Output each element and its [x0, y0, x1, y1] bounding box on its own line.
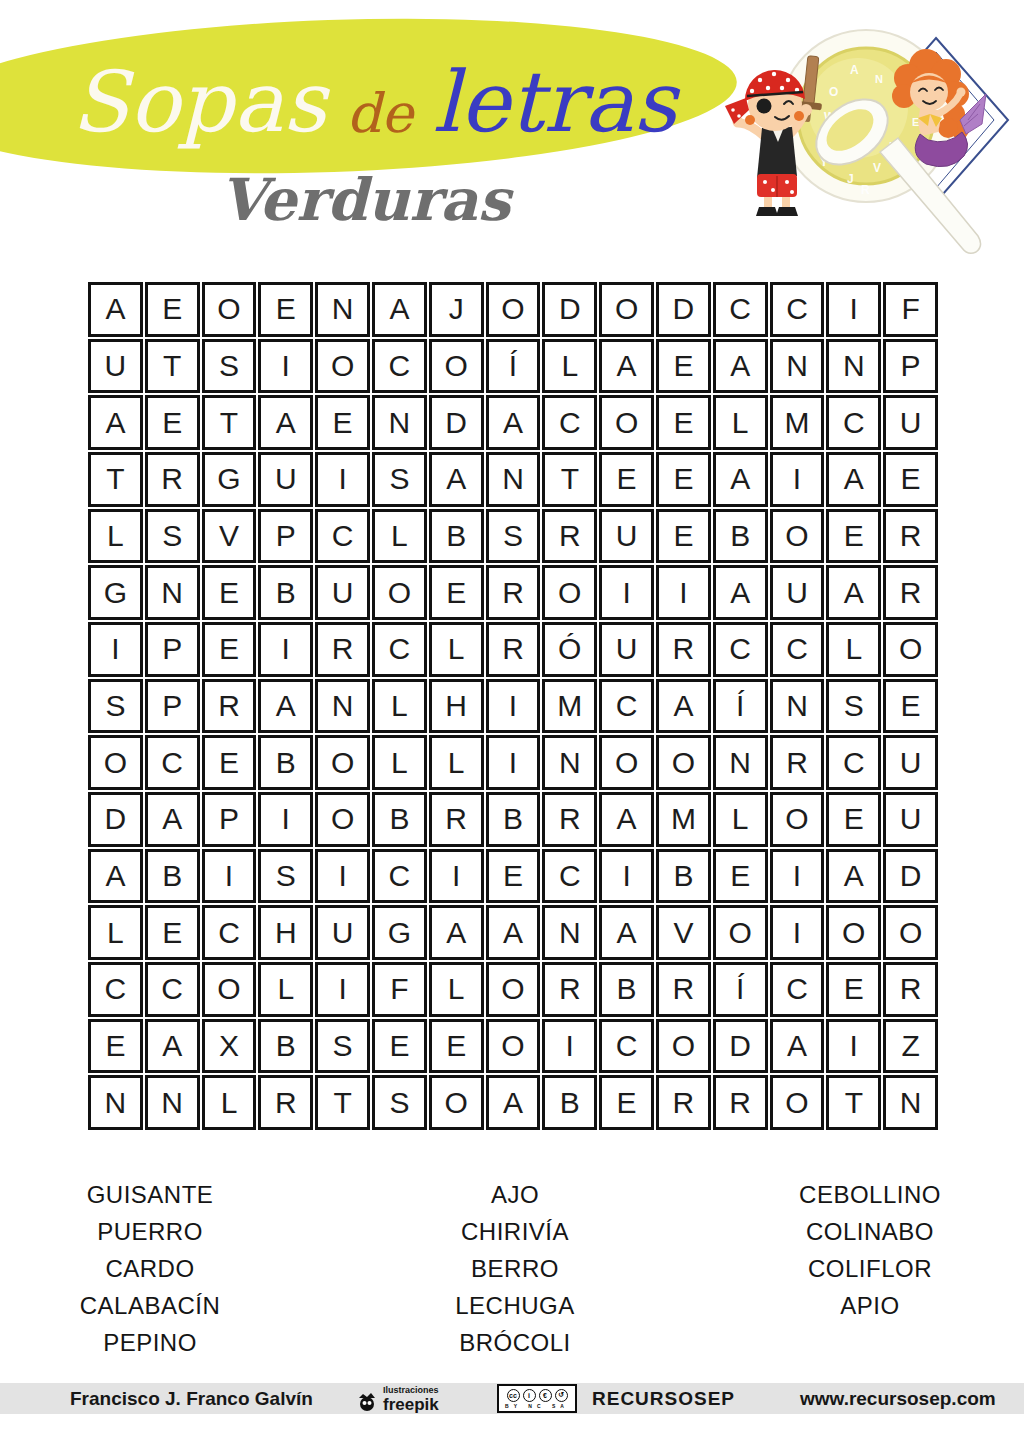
grid-cell: E	[826, 509, 881, 564]
grid-cell: T	[202, 395, 257, 450]
grid-cell: C	[542, 849, 597, 904]
grid-cell: Z	[883, 1019, 938, 1074]
grid-cell: P	[202, 792, 257, 847]
sa-icon: ↺	[555, 1389, 568, 1402]
grid-cell: I	[599, 565, 654, 620]
grid-cell: I	[599, 849, 654, 904]
freepik-icon	[356, 1388, 378, 1412]
grid-cell: A	[599, 339, 654, 394]
grid-cell: E	[486, 849, 541, 904]
soup-letter: V	[873, 161, 881, 175]
grid-cell: E	[656, 339, 711, 394]
word-list-col3: CEBOLLINOCOLINABOCOLIFLORAPIO	[730, 1176, 1010, 1361]
grid-cell: C	[88, 962, 143, 1017]
grid-cell: N	[88, 1075, 143, 1130]
grid-cell: L	[542, 339, 597, 394]
grid-cell: Í	[713, 962, 768, 1017]
grid-cell: R	[429, 792, 484, 847]
grid-cell: A	[429, 905, 484, 960]
by-icon: i	[523, 1389, 536, 1402]
grid-cell: O	[315, 735, 370, 790]
grid-cell: A	[258, 395, 313, 450]
word-list: GUISANTEPUERROCARDOCALABACÍNPEPINO AJOCH…	[0, 1176, 1024, 1361]
grid-cell: O	[656, 735, 711, 790]
grid-cell: A	[770, 1019, 825, 1074]
grid-cell: D	[713, 1019, 768, 1074]
grid-cell: L	[88, 905, 143, 960]
soup-letter: N	[875, 73, 883, 85]
grid-cell: U	[883, 735, 938, 790]
grid-cell: L	[713, 395, 768, 450]
grid-cell: R	[883, 962, 938, 1017]
grid-cell: I	[315, 962, 370, 1017]
grid-cell: T	[826, 1075, 881, 1130]
grid-cell: E	[202, 565, 257, 620]
grid-cell: C	[713, 622, 768, 677]
page-title: Sopas de letras	[24, 36, 724, 168]
grid-cell: P	[258, 509, 313, 564]
grid-cell: T	[542, 452, 597, 507]
grid-cell: Í	[486, 339, 541, 394]
grid-cell: L	[372, 735, 427, 790]
grid-cell: A	[88, 849, 143, 904]
grid-cell: C	[372, 622, 427, 677]
grid-cell: C	[372, 339, 427, 394]
grid-cell: C	[542, 395, 597, 450]
soup-letter: A	[850, 63, 859, 77]
grid-cell: S	[372, 452, 427, 507]
grid-cell: C	[145, 962, 200, 1017]
word-list-col2: AJOCHIRIVÍABERROLECHUGABRÓCOLI	[300, 1176, 730, 1361]
grid-cell: O	[599, 735, 654, 790]
grid-cell: C	[202, 905, 257, 960]
grid-cell: O	[486, 962, 541, 1017]
recursosep-brand: RECURSOSEP	[592, 1383, 735, 1414]
grid-cell: N	[542, 735, 597, 790]
title-de: de	[346, 60, 413, 145]
grid-cell: D	[656, 282, 711, 337]
grid-cell: A	[826, 452, 881, 507]
freepik-credit: Ilustraciones freepik	[356, 1386, 439, 1413]
grid-cell: E	[145, 282, 200, 337]
grid-cell: R	[202, 679, 257, 734]
grid-cell: I	[315, 849, 370, 904]
grid-cell: H	[429, 679, 484, 734]
grid-cell: O	[656, 1019, 711, 1074]
grid-cell: I	[315, 452, 370, 507]
grid-cell: T	[88, 452, 143, 507]
grid-cell: L	[372, 509, 427, 564]
grid-cell: E	[826, 962, 881, 1017]
grid-cell: S	[202, 339, 257, 394]
grid-cell: O	[202, 282, 257, 337]
grid-cell: N	[145, 1075, 200, 1130]
grid-cell: N	[883, 1075, 938, 1130]
grid-cell: C	[315, 509, 370, 564]
grid-cell: L	[88, 509, 143, 564]
grid-cell: B	[258, 1019, 313, 1074]
grid-cell: V	[202, 509, 257, 564]
author-credit: Francisco J. Franco Galvín	[70, 1383, 313, 1414]
grid-cell: A	[826, 849, 881, 904]
word-item: CEBOLLINO	[730, 1176, 1010, 1213]
grid-cell: G	[372, 905, 427, 960]
grid-cell: N	[315, 282, 370, 337]
grid-cell: I	[258, 622, 313, 677]
grid-cell: M	[542, 679, 597, 734]
grid-cell: O	[372, 565, 427, 620]
grid-cell: O	[599, 395, 654, 450]
grid-cell: I	[656, 565, 711, 620]
word-item: BRÓCOLI	[300, 1324, 730, 1361]
grid-cell: C	[826, 395, 881, 450]
grid-cell: A	[656, 679, 711, 734]
grid-cell: U	[315, 565, 370, 620]
grid-cell: N	[486, 452, 541, 507]
soup-letter: R	[861, 183, 870, 197]
grid-cell: U	[599, 622, 654, 677]
grid-cell: I	[486, 735, 541, 790]
soup-letter: O	[829, 85, 838, 99]
grid-cell: C	[770, 622, 825, 677]
word-item: PUERRO	[0, 1213, 300, 1250]
grid-cell: E	[656, 452, 711, 507]
grid-cell: O	[429, 1075, 484, 1130]
word-item: LECHUGA	[300, 1287, 730, 1324]
grid-cell: E	[713, 849, 768, 904]
grid-cell: I	[826, 1019, 881, 1074]
grid-cell: B	[656, 849, 711, 904]
grid-cell: U	[599, 509, 654, 564]
grid-cell: O	[429, 339, 484, 394]
grid-cell: E	[315, 395, 370, 450]
grid-cell: E	[88, 1019, 143, 1074]
grid-cell: S	[372, 1075, 427, 1130]
word-item: BERRO	[300, 1250, 730, 1287]
grid-cell: I	[770, 452, 825, 507]
grid-cell: E	[145, 395, 200, 450]
grid-cell: E	[372, 1019, 427, 1074]
grid-cell: O	[315, 792, 370, 847]
grid-cell: C	[145, 735, 200, 790]
grid-cell: R	[258, 1075, 313, 1130]
grid-cell: U	[258, 452, 313, 507]
grid-cell: R	[315, 622, 370, 677]
worksheet-page: Sopas de letras Verduras ANOREWOUHAKYVJ+…	[0, 0, 1024, 1448]
grid-cell: I	[202, 849, 257, 904]
grid-cell: R	[486, 622, 541, 677]
word-list-col1: GUISANTEPUERROCARDOCALABACÍNPEPINO	[0, 1176, 300, 1361]
grid-cell: D	[542, 282, 597, 337]
grid-cell: E	[429, 1019, 484, 1074]
grid-cell: B	[429, 509, 484, 564]
grid-cell: C	[599, 679, 654, 734]
grid-cell: G	[88, 565, 143, 620]
grid-cell: R	[542, 962, 597, 1017]
cc-labels: BY NC SA	[505, 1403, 569, 1409]
word-item: APIO	[730, 1287, 1010, 1324]
grid-cell: I	[486, 679, 541, 734]
grid-cell: C	[770, 282, 825, 337]
word-grid: AEOENAJODODCCIFUTSIOCOÍLAEANNPAETAENDACO…	[88, 282, 938, 1130]
grid-cell: U	[315, 905, 370, 960]
grid-cell: V	[656, 905, 711, 960]
grid-cell: C	[770, 962, 825, 1017]
grid-cell: E	[202, 622, 257, 677]
grid-cell: E	[258, 282, 313, 337]
grid-cell: E	[145, 905, 200, 960]
grid-cell: A	[145, 792, 200, 847]
grid-cell: R	[542, 509, 597, 564]
grid-cell: R	[713, 1075, 768, 1130]
grid-cell: D	[88, 792, 143, 847]
grid-cell: E	[883, 679, 938, 734]
cc-license-badge: cc i € ↺ BY NC SA	[497, 1384, 577, 1413]
grid-cell: L	[202, 1075, 257, 1130]
grid-cell: O	[883, 905, 938, 960]
grid-cell: N	[770, 339, 825, 394]
grid-cell: I	[258, 792, 313, 847]
grid-cell: N	[372, 395, 427, 450]
grid-cell: L	[258, 962, 313, 1017]
word-item: COLIFLOR	[730, 1250, 1010, 1287]
grid-cell: U	[770, 565, 825, 620]
title-sopas: Sopas	[71, 53, 326, 151]
grid-cell: A	[486, 395, 541, 450]
grid-cell: C	[713, 282, 768, 337]
grid-cell: B	[258, 565, 313, 620]
grid-cell: N	[826, 339, 881, 394]
grid-cell: S	[486, 509, 541, 564]
grid-cell: Ó	[542, 622, 597, 677]
grid-cell: C	[826, 735, 881, 790]
grid-cell: A	[258, 679, 313, 734]
grid-cell: P	[145, 679, 200, 734]
grid-cell: R	[883, 509, 938, 564]
grid-cell: R	[770, 735, 825, 790]
grid-cell: S	[315, 1019, 370, 1074]
grid-cell: O	[486, 1019, 541, 1074]
word-item: GUISANTE	[0, 1176, 300, 1213]
grid-cell: A	[599, 905, 654, 960]
grid-cell: P	[883, 339, 938, 394]
grid-cell: L	[826, 622, 881, 677]
grid-cell: L	[429, 962, 484, 1017]
grid-cell: R	[883, 565, 938, 620]
footer-bar: Francisco J. Franco Galvín Ilustraciones…	[0, 1383, 1024, 1414]
grid-cell: O	[826, 905, 881, 960]
grid-cell: S	[258, 849, 313, 904]
grid-cell: M	[770, 395, 825, 450]
grid-cell: E	[202, 735, 257, 790]
grid-cell: I	[770, 849, 825, 904]
grid-cell: R	[656, 622, 711, 677]
grid-cell: R	[486, 565, 541, 620]
grid-cell: A	[713, 452, 768, 507]
word-item: CARDO	[0, 1250, 300, 1287]
grid-cell: L	[372, 679, 427, 734]
grid-cell: R	[145, 452, 200, 507]
grid-cell: A	[486, 1075, 541, 1130]
grid-cell: A	[826, 565, 881, 620]
grid-cell: E	[599, 1075, 654, 1130]
grid-cell: O	[486, 282, 541, 337]
grid-cell: E	[656, 395, 711, 450]
grid-cell: B	[258, 735, 313, 790]
freepik-label: Ilustraciones	[383, 1386, 439, 1395]
word-item: AJO	[300, 1176, 730, 1213]
soup-letter: J	[847, 172, 854, 186]
grid-cell: O	[770, 792, 825, 847]
soup-illustration: ANOREWOUHAKYVJ+R	[712, 4, 1020, 256]
freepik-brand: freepik	[383, 1396, 439, 1413]
grid-cell: O	[315, 339, 370, 394]
grid-cell: N	[145, 565, 200, 620]
puzzle-theme-title: Verduras	[0, 166, 730, 234]
grid-cell: B	[713, 509, 768, 564]
cc-icon: cc	[507, 1389, 520, 1402]
grid-cell: B	[542, 1075, 597, 1130]
grid-cell: A	[145, 1019, 200, 1074]
grid-cell: A	[599, 792, 654, 847]
grid-cell: H	[258, 905, 313, 960]
grid-cell: A	[88, 282, 143, 337]
grid-cell: O	[770, 509, 825, 564]
grid-cell: F	[372, 962, 427, 1017]
website-link: www.recursosep.com	[800, 1383, 996, 1414]
grid-cell: E	[599, 452, 654, 507]
soup-letter: E	[912, 116, 919, 128]
grid-cell: C	[372, 849, 427, 904]
grid-cell: N	[713, 735, 768, 790]
title-letras: letras	[433, 53, 677, 151]
grid-cell: A	[372, 282, 427, 337]
grid-cell: O	[770, 1075, 825, 1130]
grid-cell: J	[429, 282, 484, 337]
grid-cell: I	[826, 282, 881, 337]
grid-cell: E	[429, 565, 484, 620]
grid-cell: D	[883, 849, 938, 904]
grid-cell: O	[599, 282, 654, 337]
grid-cell: A	[713, 339, 768, 394]
grid-cell: E	[883, 452, 938, 507]
grid-cell: B	[145, 849, 200, 904]
grid-cell: I	[429, 849, 484, 904]
grid-cell: L	[713, 792, 768, 847]
grid-cell: T	[315, 1075, 370, 1130]
grid-cell: B	[599, 962, 654, 1017]
grid-cell: B	[486, 792, 541, 847]
grid-cell: B	[372, 792, 427, 847]
grid-cell: S	[88, 679, 143, 734]
grid-cell: O	[202, 962, 257, 1017]
grid-cell: D	[429, 395, 484, 450]
grid-cell: Í	[713, 679, 768, 734]
grid-cell: N	[315, 679, 370, 734]
grid-cell: G	[202, 452, 257, 507]
grid-cell: O	[713, 905, 768, 960]
nc-icon: €	[539, 1389, 552, 1402]
word-item: COLINABO	[730, 1213, 1010, 1250]
grid-cell: N	[770, 679, 825, 734]
grid-cell: L	[429, 735, 484, 790]
grid-cell: N	[542, 905, 597, 960]
grid-cell: I	[88, 622, 143, 677]
grid-cell: P	[145, 622, 200, 677]
grid-cell: I	[770, 905, 825, 960]
grid-cell: R	[542, 792, 597, 847]
grid-cell: E	[656, 509, 711, 564]
grid-cell: A	[88, 395, 143, 450]
grid-cell: U	[883, 395, 938, 450]
grid-cell: X	[202, 1019, 257, 1074]
grid-cell: I	[542, 1019, 597, 1074]
grid-cell: O	[883, 622, 938, 677]
grid-cell: I	[258, 339, 313, 394]
grid-cell: U	[88, 339, 143, 394]
grid-cell: F	[883, 282, 938, 337]
grid-cell: O	[542, 565, 597, 620]
grid-cell: R	[656, 1075, 711, 1130]
grid-cell: T	[145, 339, 200, 394]
grid-cell: S	[826, 679, 881, 734]
grid-cell: C	[599, 1019, 654, 1074]
grid-cell: L	[429, 622, 484, 677]
grid-cell: A	[429, 452, 484, 507]
grid-cell: S	[145, 509, 200, 564]
grid-cell: O	[88, 735, 143, 790]
grid-cell: E	[826, 792, 881, 847]
word-item: CALABACÍN	[0, 1287, 300, 1324]
word-item: CHIRIVÍA	[300, 1213, 730, 1250]
grid-cell: R	[656, 962, 711, 1017]
grid-cell: U	[883, 792, 938, 847]
word-item: PEPINO	[0, 1324, 300, 1361]
grid-cell: A	[486, 905, 541, 960]
grid-cell: M	[656, 792, 711, 847]
grid-cell: A	[713, 565, 768, 620]
